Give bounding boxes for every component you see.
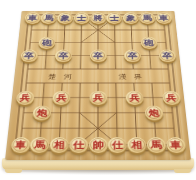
piece-black-chariot[interactable]: 車 [155, 12, 172, 23]
piece-glyph: 卒 [162, 52, 172, 59]
piece-black-general[interactable]: 將 [90, 12, 106, 23]
piece-glyph: 卒 [128, 52, 138, 59]
piece-red-soldier[interactable]: 兵 [162, 91, 181, 105]
piece-glyph: 仕 [73, 140, 84, 149]
piece-red-horse[interactable]: 馬 [30, 137, 50, 153]
piece-black-horse[interactable]: 馬 [139, 12, 156, 23]
xiangqi-board: 楚河 漢界 車馬象士將士象馬車砲砲卒卒卒卒卒兵兵兵兵兵炮炮車馬相仕帥仕相馬車 [5, 11, 191, 160]
piece-black-elephant[interactable]: 象 [123, 12, 139, 23]
piece-glyph: 相 [54, 140, 65, 149]
piece-red-soldier[interactable]: 兵 [125, 91, 143, 105]
piece-black-cannon[interactable]: 砲 [38, 36, 55, 48]
piece-glyph: 卒 [24, 52, 34, 59]
piece-red-elephant[interactable]: 相 [49, 137, 68, 153]
piece-glyph: 兵 [56, 93, 67, 101]
piece-red-elephant[interactable]: 相 [127, 137, 146, 153]
piece-glyph: 相 [131, 140, 142, 149]
piece-layer: 車馬象士將士象馬車砲砲卒卒卒卒卒兵兵兵兵兵炮炮車馬相仕帥仕相馬車 [5, 11, 191, 160]
piece-black-soldier[interactable]: 卒 [90, 49, 107, 62]
plinth-foot-right [174, 169, 191, 173]
piece-black-advisor[interactable]: 士 [106, 12, 122, 23]
piece-red-chariot[interactable]: 車 [166, 137, 186, 153]
piece-glyph: 士 [77, 15, 86, 22]
piece-glyph: 炮 [37, 108, 48, 116]
piece-glyph: 砲 [144, 39, 154, 46]
piece-glyph: 車 [15, 140, 27, 149]
piece-black-elephant[interactable]: 象 [57, 12, 73, 23]
piece-glyph: 卒 [93, 52, 103, 59]
piece-glyph: 兵 [19, 93, 30, 101]
piece-glyph: 象 [61, 15, 70, 22]
piece-black-chariot[interactable]: 車 [24, 12, 41, 23]
piece-glyph: 卒 [58, 52, 68, 59]
piece-red-soldier[interactable]: 兵 [52, 91, 70, 105]
piece-glyph: 馬 [44, 15, 54, 22]
piece-glyph: 兵 [93, 93, 103, 101]
piece-red-advisor[interactable]: 仕 [69, 137, 88, 153]
piece-glyph: 車 [28, 15, 38, 22]
piece-glyph: 馬 [150, 140, 161, 149]
piece-black-cannon[interactable]: 砲 [140, 36, 157, 48]
piece-glyph: 兵 [166, 93, 177, 101]
piece-glyph: 兵 [129, 93, 140, 101]
piece-red-cannon[interactable]: 炮 [33, 105, 52, 120]
piece-red-soldier[interactable]: 兵 [15, 91, 34, 105]
piece-black-horse[interactable]: 馬 [41, 12, 58, 23]
piece-red-chariot[interactable]: 車 [10, 137, 30, 153]
piece-glyph: 馬 [34, 140, 45, 149]
piece-black-advisor[interactable]: 士 [74, 12, 90, 23]
piece-glyph: 帥 [93, 140, 104, 149]
plinth-foot-left [5, 169, 22, 173]
piece-black-soldier[interactable]: 卒 [55, 49, 72, 62]
piece-red-general[interactable]: 帥 [89, 137, 108, 153]
piece-glyph: 車 [170, 140, 182, 149]
piece-red-soldier[interactable]: 兵 [89, 91, 107, 105]
piece-glyph: 象 [126, 15, 135, 22]
piece-black-soldier[interactable]: 卒 [124, 49, 141, 62]
piece-red-advisor[interactable]: 仕 [108, 137, 127, 153]
piece-glyph: 將 [93, 15, 102, 22]
piece-black-soldier[interactable]: 卒 [20, 49, 38, 62]
piece-glyph: 砲 [42, 39, 52, 46]
piece-glyph: 仕 [112, 140, 123, 149]
piece-glyph: 士 [110, 15, 119, 22]
piece-red-cannon[interactable]: 炮 [144, 105, 163, 120]
piece-red-horse[interactable]: 馬 [146, 137, 166, 153]
piece-glyph: 車 [159, 15, 169, 22]
piece-glyph: 馬 [142, 15, 152, 22]
xiangqi-set-photo: 楚河 漢界 車馬象士將士象馬車砲砲卒卒卒卒卒兵兵兵兵兵炮炮車馬相仕帥仕相馬車 [0, 0, 196, 180]
piece-black-soldier[interactable]: 卒 [158, 49, 176, 62]
piece-glyph: 炮 [148, 108, 159, 116]
